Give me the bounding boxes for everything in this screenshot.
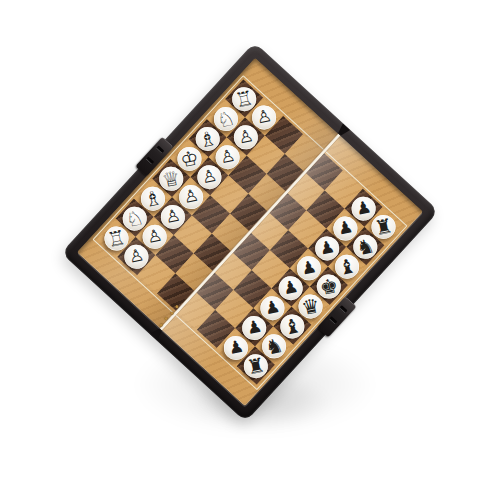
latch-slot [339,305,348,313]
latch-slot [156,145,165,153]
piece-glyph: ♔ [179,147,201,170]
piece-glyph: ♟ [336,218,354,238]
piece-glyph: ♝ [282,314,304,337]
piece-glyph: ♘ [215,107,237,130]
chess-case: ♖♙♟♜♘♙♟♞♗♙♟♝♔♙♟♚♕♙♟♛♗♙♟♝♘♙♟♞♖♙♟♜ [61,42,439,422]
piece-glyph: ♙ [127,246,145,266]
piece-glyph: ♖ [233,87,255,110]
piece-glyph: ♟ [263,298,281,318]
piece-glyph: ♞ [263,334,285,357]
piece-glyph: ♖ [106,226,128,249]
piece-glyph: ♜ [245,354,267,377]
piece-glyph: ♟ [281,278,299,298]
piece-glyph: ♟ [300,258,318,278]
piece-glyph: ♙ [164,206,182,226]
piece-glyph: ♗ [142,186,164,209]
piece-glyph: ♞ [354,234,376,257]
piece-glyph: ♙ [218,147,236,167]
latch-slot [146,156,155,164]
piece-glyph: ♟ [227,337,245,357]
piece-glyph: ♛ [300,294,322,317]
piece-glyph: ♟ [318,238,336,258]
piece-glyph: ♟ [354,198,372,218]
piece-glyph: ♙ [255,107,273,127]
piece-glyph: ♚ [318,274,340,297]
piece-glyph: ♗ [197,127,219,150]
piece-glyph: ♘ [124,206,146,229]
latch-slot [329,316,338,324]
piece-glyph: ♜ [373,215,395,238]
piece-glyph: ♙ [182,187,200,207]
piece-glyph: ♝ [336,254,358,277]
product-photo-stage: ♖♙♟♜♘♙♟♞♗♙♟♝♔♙♟♚♕♙♟♛♗♙♟♝♘♙♟♞♖♙♟♜ [0,0,480,480]
piece-glyph: ♙ [200,167,218,187]
piece-glyph: ♕ [160,167,182,190]
piece-glyph: ♙ [145,226,163,246]
piece-glyph: ♙ [237,127,255,147]
board-sheet: ♖♙♟♜♘♙♟♞♗♙♟♝♔♙♟♚♕♙♟♛♗♙♟♝♘♙♟♞♖♙♟♜ [77,58,423,407]
piece-glyph: ♟ [245,318,263,338]
